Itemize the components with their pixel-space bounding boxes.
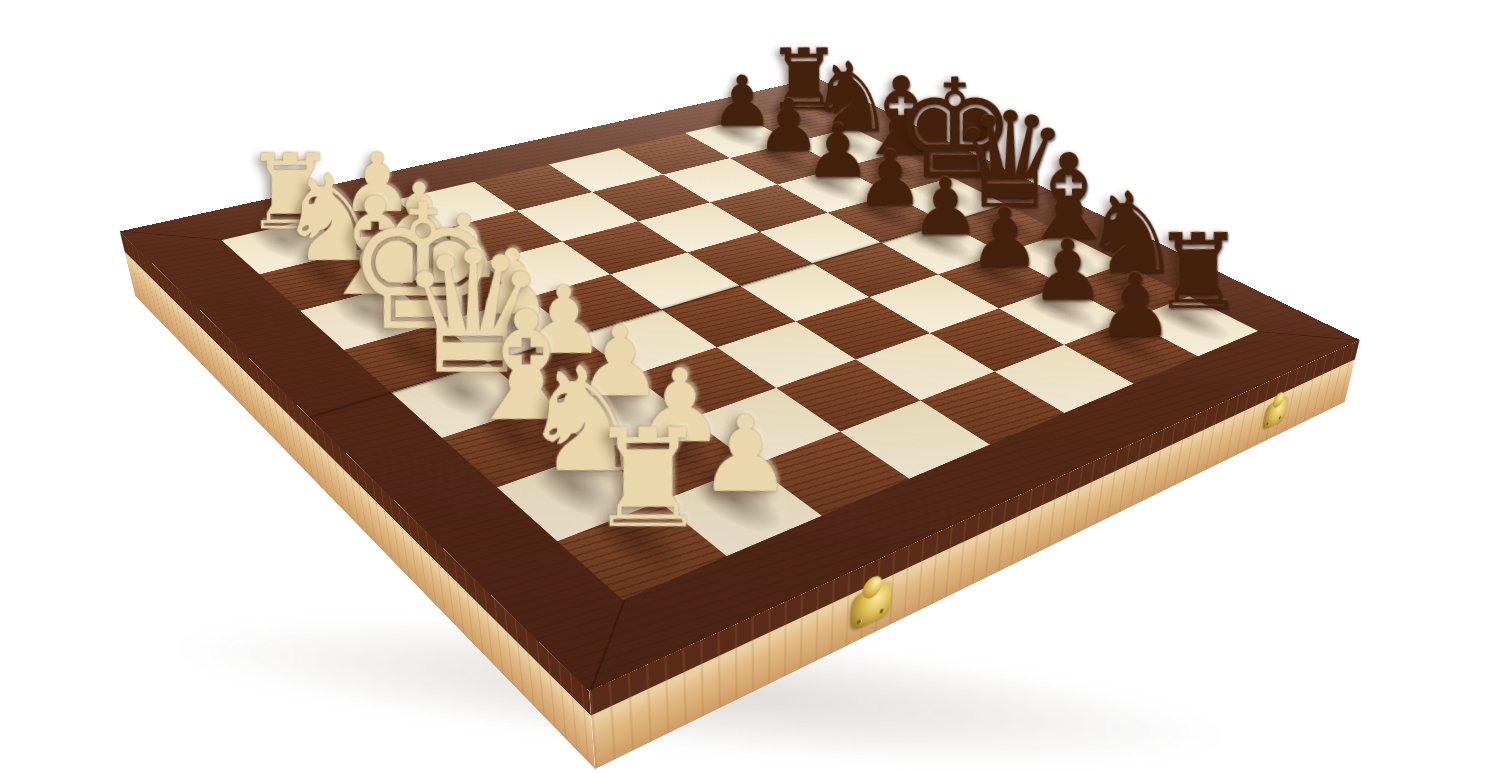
pieces-layer: ♜♞♝♛♚♝♞♜♟♟♟♟♟♟♟♟♟♟♟♟♟♟♟♟♜♞♝♛♚♝♞♜ bbox=[120, 78, 1360, 691]
white-rook-glyph: ♜ bbox=[491, 411, 805, 547]
perspective-scene: ♜♞♝♛♚♝♞♜♟♟♟♟♟♟♟♟♟♟♟♟♟♟♟♟♜♞♝♛♚♝♞♜ bbox=[0, 0, 1500, 773]
camera-tilt: ♜♞♝♛♚♝♞♜♟♟♟♟♟♟♟♟♟♟♟♟♟♟♟♟♜♞♝♛♚♝♞♜ bbox=[0, 0, 1500, 773]
brass-latch-front bbox=[851, 579, 892, 632]
chess-board: ♜♞♝♛♚♝♞♜♟♟♟♟♟♟♟♟♟♟♟♟♟♟♟♟♜♞♝♛♚♝♞♜ bbox=[120, 78, 1360, 691]
brass-latch-right bbox=[1262, 396, 1288, 431]
black-pawn-glyph: ♟ bbox=[1011, 262, 1260, 349]
chess-set-photo: ♜♞♝♛♚♝♞♜♟♟♟♟♟♟♟♟♟♟♟♟♟♟♟♟♜♞♝♛♚♝♞♜ bbox=[0, 0, 1500, 773]
